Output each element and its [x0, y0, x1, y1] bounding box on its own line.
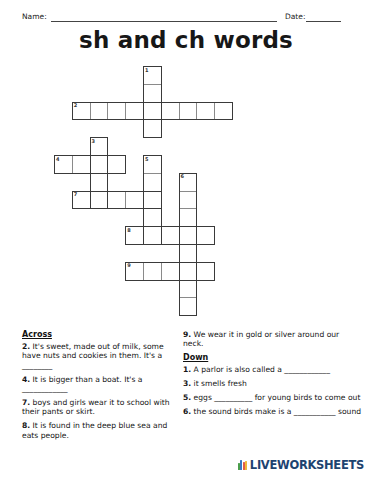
crossword-grid: 247891356: [0, 0, 372, 340]
grid-cell-r3c10[interactable]: [214, 102, 233, 121]
grid-cell-r12c6[interactable]: [143, 262, 162, 281]
grid-cell-r4c6[interactable]: [143, 119, 162, 138]
grid-cell-r10c7[interactable]: [161, 226, 180, 245]
worksheet-page: Name: Date: sh and ch words 247891356 Ac…: [0, 0, 372, 480]
grid-cell-r8c3[interactable]: [90, 191, 109, 210]
grid-cell-r8c4[interactable]: [107, 191, 126, 210]
clue-number-7: 7: [74, 191, 77, 197]
grid-cell-r6c2[interactable]: [72, 155, 91, 174]
down-clues-list: 1. A parlor is also called a ___________…: [183, 365, 362, 416]
clue-number-9: 9: [127, 262, 130, 268]
grid-cell-r8c8[interactable]: [179, 191, 198, 210]
clue-number-4: 4: [56, 156, 59, 162]
grid-cell-r8c2[interactable]: 7: [72, 191, 91, 210]
clue-number-2: 2: [74, 102, 77, 108]
grid-cell-r3c8[interactable]: [179, 102, 198, 121]
grid-cell-r14c8[interactable]: [179, 297, 198, 316]
grid-cell-r3c4[interactable]: [107, 102, 126, 121]
clue-4: 4. It is bigger than a boat. It's a ____…: [22, 375, 183, 394]
liveworksheets-logo: LIVEWORKSHEETS: [238, 458, 364, 472]
clue-1: 1. A parlor is also called a ___________…: [183, 365, 362, 374]
clue-number-5: 5: [145, 156, 148, 162]
grid-cell-r7c6[interactable]: [143, 173, 162, 192]
grid-cell-r13c8[interactable]: [179, 280, 198, 299]
clue-6: 6. the sound birds make is a ___________…: [183, 407, 362, 416]
down-heading: Down: [183, 353, 362, 362]
grid-cell-r10c9[interactable]: [196, 226, 215, 245]
grid-cell-r6c6[interactable]: 5: [143, 155, 162, 174]
clue-number-3: 3: [92, 138, 95, 144]
grid-cell-r6c4[interactable]: [107, 155, 126, 174]
grid-cell-r3c2[interactable]: 2: [72, 102, 91, 121]
clue-9: 9. We wear it in gold or silver around o…: [183, 330, 362, 349]
grid-cell-r1c6[interactable]: 1: [143, 66, 162, 85]
grid-cell-r10c6[interactable]: [143, 226, 162, 245]
clue-number-6: 6: [181, 173, 184, 179]
grid-cell-r2c6[interactable]: [143, 84, 162, 103]
grid-cell-r3c7[interactable]: [161, 102, 180, 121]
grid-cell-r10c5[interactable]: 8: [125, 226, 144, 245]
clue-7: 7. boys and girls wear it to school with…: [22, 398, 183, 417]
across-clues-continued: 9. We wear it in gold or silver around o…: [183, 330, 362, 349]
grid-cell-r11c8[interactable]: [179, 244, 198, 263]
grid-cell-r12c9[interactable]: [196, 262, 215, 281]
clues-section: Across 2. It's sweet, made out of milk, …: [22, 330, 362, 445]
grid-cell-r12c5[interactable]: 9: [125, 262, 144, 281]
grid-cell-r3c3[interactable]: [90, 102, 109, 121]
clue-number-1: 1: [145, 67, 148, 73]
grid-cell-r7c3[interactable]: [90, 173, 109, 192]
grid-cell-r8c5[interactable]: [125, 191, 144, 210]
grid-cell-r3c5[interactable]: [125, 102, 144, 121]
grid-cell-r3c9[interactable]: [196, 102, 215, 121]
clue-number-8: 8: [127, 227, 130, 233]
across-clues-list: 2. It's sweet, made out of milk, some ha…: [22, 342, 183, 440]
grid-cell-r10c8[interactable]: [179, 226, 198, 245]
clue-8: 8. It is found in the deep blue sea and …: [22, 421, 183, 440]
grid-cell-r9c6[interactable]: [143, 208, 162, 227]
grid-cell-r8c6[interactable]: [143, 191, 162, 210]
grid-cell-r12c8[interactable]: [179, 262, 198, 281]
grid-cell-r6c1[interactable]: 4: [54, 155, 73, 174]
brand-name: LIVEWORKSHEETS: [250, 458, 364, 472]
grid-cell-r7c8[interactable]: 6: [179, 173, 198, 192]
grid-cell-r6c3[interactable]: [90, 155, 109, 174]
clue-2: 2. It's sweet, made out of milk, some ha…: [22, 342, 183, 370]
grid-cell-r5c3[interactable]: 3: [90, 137, 109, 156]
across-heading: Across: [22, 330, 183, 339]
clue-3: 3. it smells fresh: [183, 379, 362, 388]
grid-cell-r3c6[interactable]: [143, 102, 162, 121]
liveworksheets-bars-icon: [238, 460, 248, 470]
clues-column-right: 9. We wear it in gold or silver around o…: [183, 330, 362, 445]
clues-column-left: Across 2. It's sweet, made out of milk, …: [22, 330, 183, 445]
grid-cell-r12c7[interactable]: [161, 262, 180, 281]
grid-cell-r9c8[interactable]: [179, 208, 198, 227]
clue-5: 5. eggs __________ for young birds to co…: [183, 393, 362, 402]
